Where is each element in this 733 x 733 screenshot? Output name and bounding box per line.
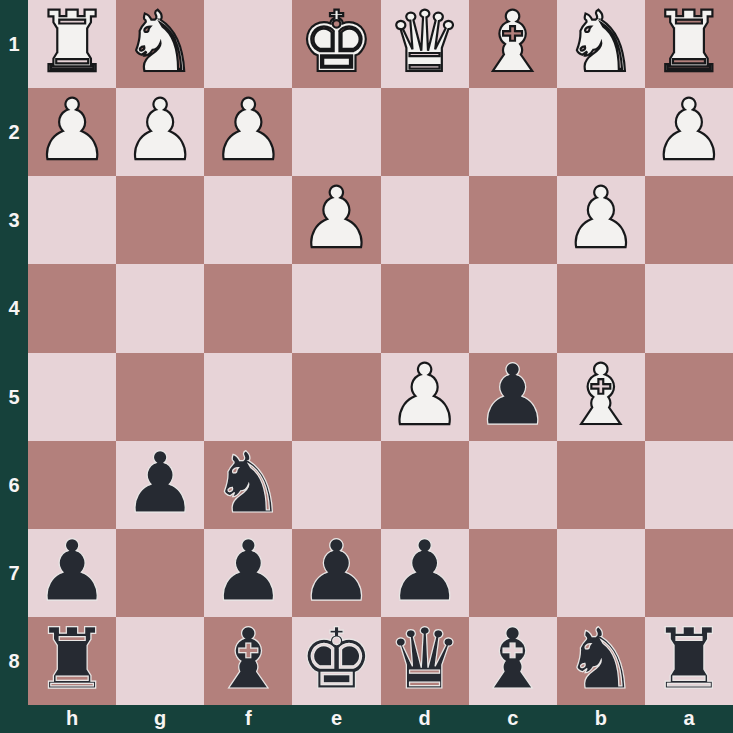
piece-black-knight-b8[interactable]: ♞: [563, 617, 638, 701]
square-f7[interactable]: ♟: [204, 529, 292, 617]
square-e5[interactable]: [292, 353, 380, 441]
square-f2[interactable]: ♟: [204, 88, 292, 176]
square-c7[interactable]: [469, 529, 557, 617]
square-e3[interactable]: ♟: [292, 176, 380, 264]
rank-label-6: 6: [0, 473, 28, 496]
piece-white-rook-h1[interactable]: ♜: [34, 0, 109, 84]
file-label-e: e: [292, 705, 380, 733]
square-g8[interactable]: [116, 617, 204, 705]
piece-black-pawn-h7[interactable]: ♟: [34, 529, 109, 613]
rank-label-7: 7: [0, 561, 28, 584]
square-c1[interactable]: ♝: [469, 0, 557, 88]
square-e6[interactable]: [292, 441, 380, 529]
piece-black-rook-h8[interactable]: ♜: [34, 617, 109, 701]
square-d5[interactable]: ♟: [381, 353, 469, 441]
square-a1[interactable]: ♜: [645, 0, 733, 88]
piece-black-queen-d8[interactable]: ♛: [387, 617, 462, 701]
piece-white-bishop-c1[interactable]: ♝: [475, 0, 550, 84]
square-c4[interactable]: [469, 264, 557, 352]
square-c3[interactable]: [469, 176, 557, 264]
file-label-c: c: [469, 705, 557, 733]
square-b3[interactable]: ♟: [557, 176, 645, 264]
square-d3[interactable]: [381, 176, 469, 264]
piece-white-rook-a1[interactable]: ♜: [651, 0, 726, 84]
square-d6[interactable]: [381, 441, 469, 529]
square-d7[interactable]: ♟: [381, 529, 469, 617]
file-label-b: b: [557, 705, 645, 733]
square-g1[interactable]: ♞: [116, 0, 204, 88]
piece-white-pawn-g2[interactable]: ♟: [123, 88, 198, 172]
square-b6[interactable]: [557, 441, 645, 529]
square-a3[interactable]: [645, 176, 733, 264]
piece-black-pawn-e7[interactable]: ♟: [299, 529, 374, 613]
rank-labels-gutter: 12345678: [0, 0, 28, 705]
square-g2[interactable]: ♟: [116, 88, 204, 176]
square-d2[interactable]: [381, 88, 469, 176]
square-f4[interactable]: [204, 264, 292, 352]
piece-white-knight-b1[interactable]: ♞: [563, 0, 638, 84]
square-b8[interactable]: ♞: [557, 617, 645, 705]
piece-black-knight-f6[interactable]: ♞: [211, 441, 286, 525]
square-h4[interactable]: [28, 264, 116, 352]
file-label-f: f: [204, 705, 292, 733]
file-label-h: h: [28, 705, 116, 733]
square-e4[interactable]: [292, 264, 380, 352]
rank-label-3: 3: [0, 209, 28, 232]
square-c2[interactable]: [469, 88, 557, 176]
square-h7[interactable]: ♟: [28, 529, 116, 617]
piece-black-bishop-f8[interactable]: ♝: [211, 617, 286, 701]
square-g7[interactable]: [116, 529, 204, 617]
square-a6[interactable]: [645, 441, 733, 529]
piece-white-pawn-d5[interactable]: ♟: [387, 353, 462, 437]
square-a2[interactable]: ♟: [645, 88, 733, 176]
piece-white-knight-g1[interactable]: ♞: [123, 0, 198, 84]
square-h1[interactable]: ♜: [28, 0, 116, 88]
square-g6[interactable]: ♟: [116, 441, 204, 529]
square-a7[interactable]: [645, 529, 733, 617]
piece-black-pawn-g6[interactable]: ♟: [123, 441, 198, 525]
square-g5[interactable]: [116, 353, 204, 441]
square-b5[interactable]: ♝: [557, 353, 645, 441]
piece-white-pawn-e3[interactable]: ♟: [299, 176, 374, 260]
piece-white-pawn-a2[interactable]: ♟: [651, 88, 726, 172]
chess-board: ♜♞♚♛♝♞♜♟♟♟♟♟♟♟♟♝♟♞♟♟♟♟♜♝♚♛♝♞♜: [28, 0, 733, 705]
square-c5[interactable]: ♟: [469, 353, 557, 441]
square-b2[interactable]: [557, 88, 645, 176]
chess-diagram: 12345678 ♜♞♚♛♝♞♜♟♟♟♟♟♟♟♟♝♟♞♟♟♟♟♜♝♚♛♝♞♜ h…: [0, 0, 733, 733]
rank-label-5: 5: [0, 385, 28, 408]
square-d1[interactable]: ♛: [381, 0, 469, 88]
square-h3[interactable]: [28, 176, 116, 264]
square-h2[interactable]: ♟: [28, 88, 116, 176]
square-b4[interactable]: [557, 264, 645, 352]
square-h5[interactable]: [28, 353, 116, 441]
square-f6[interactable]: ♞: [204, 441, 292, 529]
file-label-d: d: [381, 705, 469, 733]
square-g3[interactable]: [116, 176, 204, 264]
rank-label-1: 1: [0, 33, 28, 56]
file-labels-strip: hgfedcba: [28, 705, 733, 733]
square-g4[interactable]: [116, 264, 204, 352]
piece-black-king-e8[interactable]: ♚: [299, 617, 374, 701]
square-f1[interactable]: [204, 0, 292, 88]
square-e8[interactable]: ♚: [292, 617, 380, 705]
square-f8[interactable]: ♝: [204, 617, 292, 705]
square-e1[interactable]: ♚: [292, 0, 380, 88]
rank-label-8: 8: [0, 649, 28, 672]
square-b7[interactable]: [557, 529, 645, 617]
file-label-a: a: [645, 705, 733, 733]
piece-black-rook-a8[interactable]: ♜: [651, 617, 726, 701]
square-a5[interactable]: [645, 353, 733, 441]
square-d8[interactable]: ♛: [381, 617, 469, 705]
square-b1[interactable]: ♞: [557, 0, 645, 88]
piece-black-pawn-f7[interactable]: ♟: [211, 529, 286, 613]
square-c8[interactable]: ♝: [469, 617, 557, 705]
piece-white-pawn-b3[interactable]: ♟: [563, 176, 638, 260]
piece-white-bishop-b5[interactable]: ♝: [563, 353, 638, 437]
rank-label-2: 2: [0, 121, 28, 144]
square-f5[interactable]: [204, 353, 292, 441]
piece-white-pawn-h2[interactable]: ♟: [34, 88, 109, 172]
square-d4[interactable]: [381, 264, 469, 352]
piece-black-bishop-c8[interactable]: ♝: [475, 617, 550, 701]
file-label-g: g: [116, 705, 204, 733]
square-a4[interactable]: [645, 264, 733, 352]
square-h6[interactable]: [28, 441, 116, 529]
piece-black-pawn-c5[interactable]: ♟: [475, 353, 550, 437]
square-c6[interactable]: [469, 441, 557, 529]
piece-white-king-e1[interactable]: ♚: [299, 0, 374, 84]
rank-label-4: 4: [0, 297, 28, 320]
square-e7[interactable]: ♟: [292, 529, 380, 617]
piece-black-pawn-d7[interactable]: ♟: [387, 529, 462, 613]
square-a8[interactable]: ♜: [645, 617, 733, 705]
square-f3[interactable]: [204, 176, 292, 264]
piece-white-queen-d1[interactable]: ♛: [387, 0, 462, 84]
piece-white-pawn-f2[interactable]: ♟: [211, 88, 286, 172]
square-e2[interactable]: [292, 88, 380, 176]
square-h8[interactable]: ♜: [28, 617, 116, 705]
